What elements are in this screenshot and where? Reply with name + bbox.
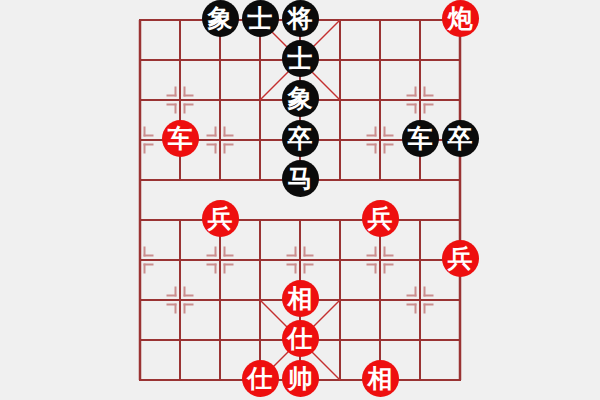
board-point-2-6[interactable] xyxy=(200,240,240,280)
board-point-0-5[interactable] xyxy=(120,200,160,240)
board-point-1-0[interactable] xyxy=(160,0,200,40)
board-point-3-2[interactable] xyxy=(240,80,280,120)
board-point-1-7[interactable] xyxy=(160,280,200,320)
board-point-4-9[interactable]: 帅 xyxy=(280,360,320,400)
red-advisor[interactable]: 仕 xyxy=(282,320,319,357)
board-point-0-3[interactable] xyxy=(120,120,160,160)
board-point-2-8[interactable] xyxy=(200,320,240,360)
board-point-5-7[interactable] xyxy=(320,280,360,320)
board-point-2-1[interactable] xyxy=(200,40,240,80)
red-advisor[interactable]: 仕 xyxy=(242,360,279,397)
board-point-3-8[interactable] xyxy=(240,320,280,360)
board-point-1-6[interactable] xyxy=(160,240,200,280)
board-point-7-7[interactable] xyxy=(400,280,440,320)
board-point-5-6[interactable] xyxy=(320,240,360,280)
red-general[interactable]: 帅 xyxy=(282,360,319,397)
board-point-0-2[interactable] xyxy=(120,80,160,120)
board-point-1-1[interactable] xyxy=(160,40,200,80)
board-point-4-6[interactable] xyxy=(280,240,320,280)
board-point-1-9[interactable] xyxy=(160,360,200,400)
board-point-2-0[interactable]: 象 xyxy=(200,0,240,40)
board-point-6-9[interactable]: 相 xyxy=(360,360,400,400)
board-point-8-4[interactable] xyxy=(440,160,480,200)
board-point-1-2[interactable] xyxy=(160,80,200,120)
board-point-8-0[interactable]: 炮 xyxy=(440,0,480,40)
board-point-0-6[interactable] xyxy=(120,240,160,280)
board-point-3-7[interactable] xyxy=(240,280,280,320)
board-point-8-2[interactable] xyxy=(440,80,480,120)
black-chariot[interactable]: 车 xyxy=(402,120,439,157)
board-point-0-9[interactable] xyxy=(120,360,160,400)
board-point-7-1[interactable] xyxy=(400,40,440,80)
board-point-6-2[interactable] xyxy=(360,80,400,120)
board-point-4-5[interactable] xyxy=(280,200,320,240)
board-point-6-0[interactable] xyxy=(360,0,400,40)
red-cannon[interactable]: 炮 xyxy=(442,0,479,37)
black-soldier[interactable]: 卒 xyxy=(282,120,319,157)
board-point-5-3[interactable] xyxy=(320,120,360,160)
board-point-5-8[interactable] xyxy=(320,320,360,360)
red-soldier[interactable]: 兵 xyxy=(442,240,479,277)
board-point-4-3[interactable]: 卒 xyxy=(280,120,320,160)
board-point-0-1[interactable] xyxy=(120,40,160,80)
board-point-8-3[interactable]: 卒 xyxy=(440,120,480,160)
board-point-5-5[interactable] xyxy=(320,200,360,240)
board-point-4-1[interactable]: 士 xyxy=(280,40,320,80)
red-soldier[interactable]: 兵 xyxy=(362,200,399,237)
board-point-2-4[interactable] xyxy=(200,160,240,200)
board-point-7-3[interactable]: 车 xyxy=(400,120,440,160)
board-point-4-8[interactable]: 仕 xyxy=(280,320,320,360)
board-point-7-8[interactable] xyxy=(400,320,440,360)
board-point-4-7[interactable]: 相 xyxy=(280,280,320,320)
board-point-5-9[interactable] xyxy=(320,360,360,400)
board-point-2-7[interactable] xyxy=(200,280,240,320)
red-elephant[interactable]: 相 xyxy=(362,360,399,397)
board-point-8-8[interactable] xyxy=(440,320,480,360)
black-elephant[interactable]: 象 xyxy=(282,80,319,117)
board-point-6-5[interactable]: 兵 xyxy=(360,200,400,240)
board-point-7-5[interactable] xyxy=(400,200,440,240)
board-point-0-8[interactable] xyxy=(120,320,160,360)
board-grid: 象士将炮士象车卒车卒马兵兵兵相仕仕帅相 xyxy=(120,0,480,400)
board-point-1-4[interactable] xyxy=(160,160,200,200)
board-point-2-3[interactable] xyxy=(200,120,240,160)
board-point-6-8[interactable] xyxy=(360,320,400,360)
board-point-8-5[interactable] xyxy=(440,200,480,240)
board-point-6-4[interactable] xyxy=(360,160,400,200)
board-point-6-1[interactable] xyxy=(360,40,400,80)
black-general[interactable]: 将 xyxy=(282,0,319,37)
board-point-3-0[interactable]: 士 xyxy=(240,0,280,40)
board-point-7-4[interactable] xyxy=(400,160,440,200)
board-point-1-3[interactable]: 车 xyxy=(160,120,200,160)
red-elephant[interactable]: 相 xyxy=(282,280,319,317)
board-point-1-5[interactable] xyxy=(160,200,200,240)
board-point-7-6[interactable] xyxy=(400,240,440,280)
black-horse[interactable]: 马 xyxy=(282,160,319,197)
red-soldier[interactable]: 兵 xyxy=(202,200,239,237)
board-point-8-6[interactable]: 兵 xyxy=(440,240,480,280)
board-point-6-7[interactable] xyxy=(360,280,400,320)
board-point-3-4[interactable] xyxy=(240,160,280,200)
board-point-3-5[interactable] xyxy=(240,200,280,240)
black-elephant[interactable]: 象 xyxy=(202,0,239,37)
board-point-5-2[interactable] xyxy=(320,80,360,120)
board-point-2-5[interactable]: 兵 xyxy=(200,200,240,240)
black-advisor[interactable]: 士 xyxy=(242,0,279,37)
board-point-0-4[interactable] xyxy=(120,160,160,200)
board-point-8-9[interactable] xyxy=(440,360,480,400)
board-point-3-1[interactable] xyxy=(240,40,280,80)
red-chariot[interactable]: 车 xyxy=(162,120,199,157)
board-point-6-3[interactable] xyxy=(360,120,400,160)
board-point-7-2[interactable] xyxy=(400,80,440,120)
board-point-1-8[interactable] xyxy=(160,320,200,360)
board-point-5-4[interactable] xyxy=(320,160,360,200)
board-point-3-9[interactable]: 仕 xyxy=(240,360,280,400)
board-point-5-0[interactable] xyxy=(320,0,360,40)
board-point-2-9[interactable] xyxy=(200,360,240,400)
board-point-4-2[interactable]: 象 xyxy=(280,80,320,120)
xiangqi-board: 象士将炮士象车卒车卒马兵兵兵相仕仕帅相 xyxy=(0,0,600,400)
board-point-4-0[interactable]: 将 xyxy=(280,0,320,40)
board-point-5-1[interactable] xyxy=(320,40,360,80)
board-point-6-6[interactable] xyxy=(360,240,400,280)
board-point-8-7[interactable] xyxy=(440,280,480,320)
black-soldier[interactable]: 卒 xyxy=(442,120,479,157)
board-point-8-1[interactable] xyxy=(440,40,480,80)
board-point-7-0[interactable] xyxy=(400,0,440,40)
black-advisor[interactable]: 士 xyxy=(282,40,319,77)
board-point-7-9[interactable] xyxy=(400,360,440,400)
board-point-2-2[interactable] xyxy=(200,80,240,120)
board-point-3-6[interactable] xyxy=(240,240,280,280)
board-point-4-4[interactable]: 马 xyxy=(280,160,320,200)
board-point-3-3[interactable] xyxy=(240,120,280,160)
board-point-0-0[interactable] xyxy=(120,0,160,40)
board-point-0-7[interactable] xyxy=(120,280,160,320)
